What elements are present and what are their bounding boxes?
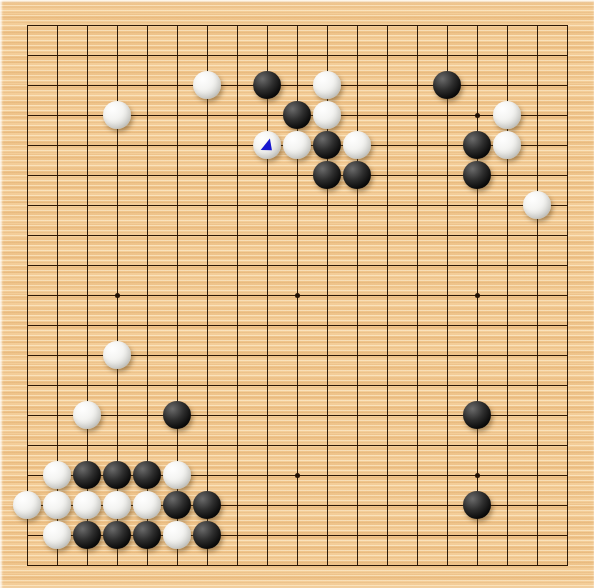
- black-stone: [463, 401, 491, 429]
- go-board[interactable]: [12, 10, 582, 580]
- white-stone: [73, 401, 101, 429]
- black-stone: [103, 521, 131, 549]
- star-point: [295, 293, 300, 298]
- star-point: [115, 293, 120, 298]
- black-stone: [343, 161, 371, 189]
- black-stone: [463, 161, 491, 189]
- white-stone: [163, 521, 191, 549]
- last-move-marker: [258, 136, 275, 153]
- white-stone: [313, 71, 341, 99]
- black-stone: [73, 521, 101, 549]
- white-stone: [43, 491, 71, 519]
- white-stone: [343, 131, 371, 159]
- white-stone: [103, 341, 131, 369]
- white-stone: [313, 101, 341, 129]
- black-stone: [433, 71, 461, 99]
- white-stone: [523, 191, 551, 219]
- black-stone: [103, 461, 131, 489]
- white-stone: [103, 101, 131, 129]
- white-stone: [193, 71, 221, 99]
- black-stone: [463, 131, 491, 159]
- goban-wood-background: [0, 0, 594, 588]
- star-point: [475, 293, 480, 298]
- black-stone: [283, 101, 311, 129]
- white-stone: [493, 131, 521, 159]
- black-stone: [163, 401, 191, 429]
- black-stone: [163, 491, 191, 519]
- black-stone: [313, 161, 341, 189]
- white-stone: [133, 491, 161, 519]
- white-stone: [43, 461, 71, 489]
- star-point: [475, 113, 480, 118]
- white-stone: [283, 131, 311, 159]
- white-stone: [493, 101, 521, 129]
- black-stone: [133, 521, 161, 549]
- black-stone: [193, 491, 221, 519]
- black-stone: [253, 71, 281, 99]
- star-point: [295, 473, 300, 478]
- star-point: [475, 473, 480, 478]
- white-stone: [43, 521, 71, 549]
- white-stone: [103, 491, 131, 519]
- white-stone: [13, 491, 41, 519]
- white-stone: [163, 461, 191, 489]
- black-stone: [463, 491, 491, 519]
- white-stone: [253, 131, 281, 159]
- black-stone: [313, 131, 341, 159]
- black-stone: [133, 461, 161, 489]
- black-stone: [193, 521, 221, 549]
- white-stone: [73, 491, 101, 519]
- black-stone: [73, 461, 101, 489]
